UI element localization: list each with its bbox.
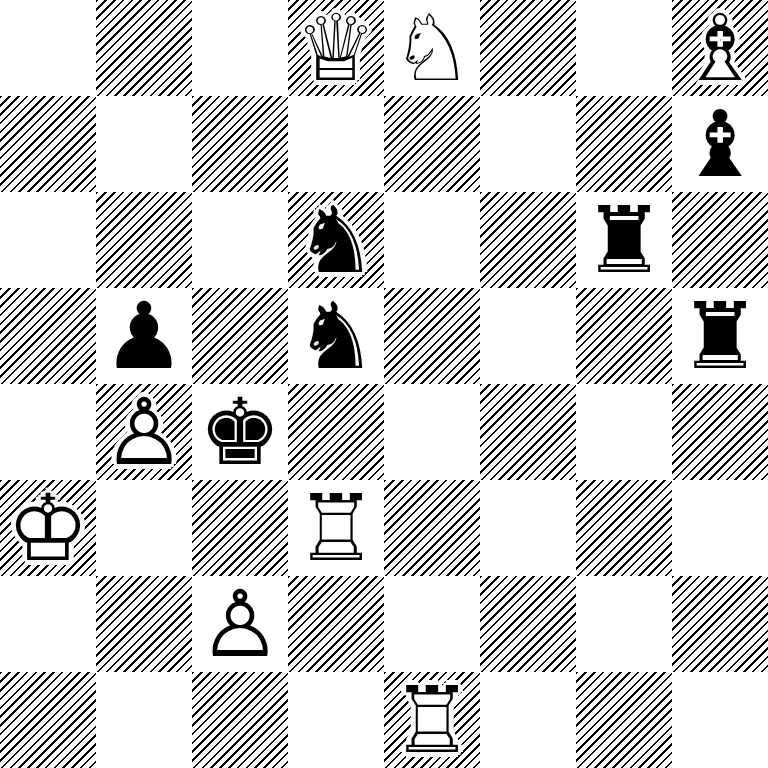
square-a8[interactable] <box>0 0 96 96</box>
square-h6[interactable] <box>672 192 768 288</box>
square-g5[interactable] <box>576 288 672 384</box>
square-h7[interactable]: ♝ <box>672 96 768 192</box>
piece-glyph: ♚ <box>192 384 288 480</box>
square-d3[interactable]: ♜♖ <box>288 480 384 576</box>
square-b3[interactable] <box>96 480 192 576</box>
square-f8[interactable] <box>480 0 576 96</box>
square-f2[interactable] <box>480 576 576 672</box>
piece-glyph: ♖ <box>288 480 384 576</box>
square-a7[interactable] <box>0 96 96 192</box>
square-a5[interactable] <box>0 288 96 384</box>
square-f7[interactable] <box>480 96 576 192</box>
square-e4[interactable] <box>384 384 480 480</box>
black-knight[interactable]: ♞ <box>288 288 384 384</box>
piece-glyph: ♞ <box>288 288 384 384</box>
black-rook[interactable]: ♜ <box>672 288 768 384</box>
white-knight[interactable]: ♞♘ <box>384 0 480 96</box>
square-b5[interactable]: ♟ <box>96 288 192 384</box>
white-rook[interactable]: ♜♖ <box>384 672 480 768</box>
white-queen[interactable]: ♛♕ <box>288 0 384 96</box>
piece-glyph: ♖ <box>384 672 480 768</box>
square-e6[interactable] <box>384 192 480 288</box>
piece-glyph: ♜ <box>576 192 672 288</box>
square-b7[interactable] <box>96 96 192 192</box>
square-f1[interactable] <box>480 672 576 768</box>
black-rook[interactable]: ♜ <box>576 192 672 288</box>
square-b2[interactable] <box>96 576 192 672</box>
square-b8[interactable] <box>96 0 192 96</box>
square-c1[interactable] <box>192 672 288 768</box>
square-h2[interactable] <box>672 576 768 672</box>
square-g8[interactable] <box>576 0 672 96</box>
square-g4[interactable] <box>576 384 672 480</box>
square-d7[interactable] <box>288 96 384 192</box>
square-a1[interactable] <box>0 672 96 768</box>
square-e5[interactable] <box>384 288 480 384</box>
white-pawn[interactable]: ♟♙ <box>192 576 288 672</box>
piece-glyph: ♙ <box>96 384 192 480</box>
square-b1[interactable] <box>96 672 192 768</box>
square-g7[interactable] <box>576 96 672 192</box>
square-a3[interactable]: ♚♔ <box>0 480 96 576</box>
square-c8[interactable] <box>192 0 288 96</box>
square-b4[interactable]: ♟♙ <box>96 384 192 480</box>
square-d2[interactable] <box>288 576 384 672</box>
piece-glyph: ♝ <box>672 96 768 192</box>
square-f6[interactable] <box>480 192 576 288</box>
square-a6[interactable] <box>0 192 96 288</box>
square-h4[interactable] <box>672 384 768 480</box>
white-king[interactable]: ♚♔ <box>0 480 96 576</box>
square-c3[interactable] <box>192 480 288 576</box>
square-g6[interactable]: ♜ <box>576 192 672 288</box>
square-f5[interactable] <box>480 288 576 384</box>
black-pawn[interactable]: ♟ <box>96 288 192 384</box>
piece-glyph: ♙ <box>192 576 288 672</box>
square-d6[interactable]: ♞ <box>288 192 384 288</box>
square-f4[interactable] <box>480 384 576 480</box>
square-h3[interactable] <box>672 480 768 576</box>
piece-glyph: ♔ <box>0 480 96 576</box>
square-g2[interactable] <box>576 576 672 672</box>
piece-glyph: ♕ <box>288 0 384 96</box>
white-rook[interactable]: ♜♖ <box>288 480 384 576</box>
square-g3[interactable] <box>576 480 672 576</box>
chess-board: ♛♕♞♘♝♗♝♞♜♟♞♜♟♙♚♚♔♜♖♟♙♜♖ <box>0 0 768 768</box>
black-knight[interactable]: ♞ <box>288 192 384 288</box>
piece-glyph: ♟ <box>96 288 192 384</box>
square-c7[interactable] <box>192 96 288 192</box>
black-king[interactable]: ♚ <box>192 384 288 480</box>
square-b6[interactable] <box>96 192 192 288</box>
square-d5[interactable]: ♞ <box>288 288 384 384</box>
square-a4[interactable] <box>0 384 96 480</box>
square-e1[interactable]: ♜♖ <box>384 672 480 768</box>
square-h1[interactable] <box>672 672 768 768</box>
square-c4[interactable]: ♚ <box>192 384 288 480</box>
piece-glyph: ♗ <box>672 0 768 96</box>
square-d8[interactable]: ♛♕ <box>288 0 384 96</box>
square-e8[interactable]: ♞♘ <box>384 0 480 96</box>
square-e3[interactable] <box>384 480 480 576</box>
piece-glyph: ♞ <box>288 192 384 288</box>
square-e2[interactable] <box>384 576 480 672</box>
square-f3[interactable] <box>480 480 576 576</box>
square-e7[interactable] <box>384 96 480 192</box>
square-a2[interactable] <box>0 576 96 672</box>
square-h8[interactable]: ♝♗ <box>672 0 768 96</box>
square-g1[interactable] <box>576 672 672 768</box>
square-h5[interactable]: ♜ <box>672 288 768 384</box>
black-bishop[interactable]: ♝ <box>672 96 768 192</box>
piece-glyph: ♜ <box>672 288 768 384</box>
white-pawn[interactable]: ♟♙ <box>96 384 192 480</box>
white-bishop[interactable]: ♝♗ <box>672 0 768 96</box>
square-c5[interactable] <box>192 288 288 384</box>
square-c2[interactable]: ♟♙ <box>192 576 288 672</box>
square-c6[interactable] <box>192 192 288 288</box>
piece-glyph: ♘ <box>384 0 480 96</box>
square-d4[interactable] <box>288 384 384 480</box>
square-d1[interactable] <box>288 672 384 768</box>
